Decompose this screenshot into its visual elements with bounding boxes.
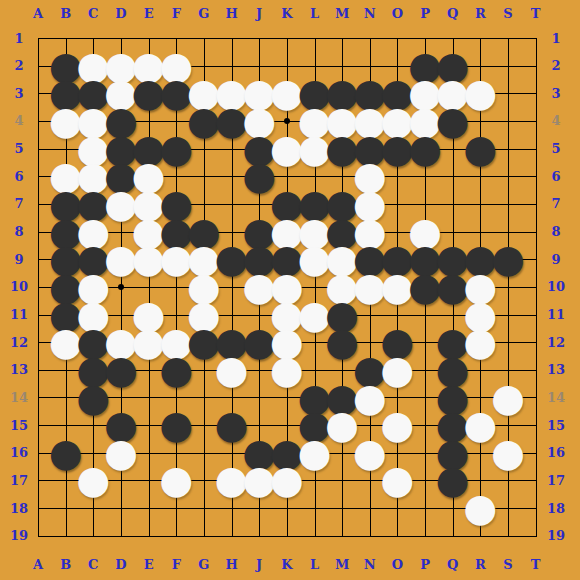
- intersection-T11[interactable]: [522, 301, 550, 329]
- intersection-E2[interactable]: ●: [135, 52, 163, 80]
- intersection-M18[interactable]: [328, 494, 356, 522]
- intersection-M15[interactable]: ●: [328, 411, 356, 439]
- intersection-S6[interactable]: [494, 162, 522, 190]
- intersection-S3[interactable]: [494, 79, 522, 107]
- intersection-B18[interactable]: [52, 494, 80, 522]
- intersection-H5[interactable]: [218, 135, 246, 163]
- intersection-A11[interactable]: [24, 301, 52, 329]
- intersection-O2[interactable]: [384, 52, 412, 80]
- intersection-E18[interactable]: [135, 494, 163, 522]
- intersection-C8[interactable]: ●: [79, 218, 107, 246]
- intersection-D10[interactable]: [107, 273, 135, 301]
- intersection-N2[interactable]: [356, 52, 384, 80]
- intersection-S14[interactable]: ●: [494, 384, 522, 412]
- intersection-C14[interactable]: ●: [79, 384, 107, 412]
- intersection-P18[interactable]: [411, 494, 439, 522]
- intersection-E14[interactable]: [135, 384, 163, 412]
- intersection-L11[interactable]: ●: [301, 301, 329, 329]
- intersection-O8[interactable]: [384, 218, 412, 246]
- intersection-C16[interactable]: [79, 439, 107, 467]
- intersection-R12[interactable]: ●: [466, 328, 494, 356]
- intersection-R5[interactable]: ●: [466, 135, 494, 163]
- intersection-P16[interactable]: [411, 439, 439, 467]
- intersection-Q15[interactable]: ●: [439, 411, 467, 439]
- intersection-O13[interactable]: ●: [384, 356, 412, 384]
- intersection-L9[interactable]: ●: [301, 245, 329, 273]
- intersection-E15[interactable]: [135, 411, 163, 439]
- intersection-Q2[interactable]: ●: [439, 52, 467, 80]
- intersection-J5[interactable]: ●: [245, 135, 273, 163]
- intersection-F8[interactable]: ●: [162, 218, 190, 246]
- intersection-T18[interactable]: [522, 494, 550, 522]
- intersection-Q16[interactable]: ●: [439, 439, 467, 467]
- intersection-K19[interactable]: [273, 522, 301, 550]
- intersection-L5[interactable]: ●: [301, 135, 329, 163]
- intersection-E16[interactable]: [135, 439, 163, 467]
- intersection-C9[interactable]: ●: [79, 245, 107, 273]
- intersection-B14[interactable]: [52, 384, 80, 412]
- intersection-K1[interactable]: [273, 24, 301, 52]
- intersection-L16[interactable]: ●: [301, 439, 329, 467]
- intersection-H13[interactable]: ●: [218, 356, 246, 384]
- intersection-T4[interactable]: [522, 107, 550, 135]
- intersection-P13[interactable]: [411, 356, 439, 384]
- intersection-T3[interactable]: [522, 79, 550, 107]
- intersection-L8[interactable]: ●: [301, 218, 329, 246]
- intersection-S13[interactable]: [494, 356, 522, 384]
- intersection-D17[interactable]: [107, 466, 135, 494]
- intersection-P14[interactable]: [411, 384, 439, 412]
- intersection-R10[interactable]: ●: [466, 273, 494, 301]
- intersection-G7[interactable]: [190, 190, 218, 218]
- intersection-L14[interactable]: ●: [301, 384, 329, 412]
- intersection-D1[interactable]: [107, 24, 135, 52]
- intersection-C13[interactable]: ●: [79, 356, 107, 384]
- intersection-J10[interactable]: ●: [245, 273, 273, 301]
- intersection-F7[interactable]: ●: [162, 190, 190, 218]
- intersection-N19[interactable]: [356, 522, 384, 550]
- intersection-J17[interactable]: ●: [245, 466, 273, 494]
- intersection-T14[interactable]: [522, 384, 550, 412]
- intersection-F1[interactable]: [162, 24, 190, 52]
- intersection-L6[interactable]: [301, 162, 329, 190]
- intersection-C3[interactable]: ●: [79, 79, 107, 107]
- intersection-F5[interactable]: ●: [162, 135, 190, 163]
- intersection-R6[interactable]: [466, 162, 494, 190]
- intersection-R13[interactable]: [466, 356, 494, 384]
- intersection-J1[interactable]: [245, 24, 273, 52]
- intersection-K11[interactable]: ●: [273, 301, 301, 329]
- intersection-T5[interactable]: [522, 135, 550, 163]
- intersection-B10[interactable]: ●: [52, 273, 80, 301]
- intersection-N16[interactable]: ●: [356, 439, 384, 467]
- intersection-S19[interactable]: [494, 522, 522, 550]
- intersection-T8[interactable]: [522, 218, 550, 246]
- intersection-H18[interactable]: [218, 494, 246, 522]
- intersection-E5[interactable]: ●: [135, 135, 163, 163]
- intersection-A8[interactable]: [24, 218, 52, 246]
- intersection-Q7[interactable]: [439, 190, 467, 218]
- intersection-H17[interactable]: ●: [218, 466, 246, 494]
- intersection-Q14[interactable]: ●: [439, 384, 467, 412]
- intersection-K10[interactable]: ●: [273, 273, 301, 301]
- intersection-R4[interactable]: [466, 107, 494, 135]
- intersection-K7[interactable]: ●: [273, 190, 301, 218]
- intersection-R14[interactable]: [466, 384, 494, 412]
- intersection-H11[interactable]: [218, 301, 246, 329]
- intersection-G13[interactable]: [190, 356, 218, 384]
- intersection-A18[interactable]: [24, 494, 52, 522]
- intersection-M4[interactable]: ●: [328, 107, 356, 135]
- intersection-S17[interactable]: [494, 466, 522, 494]
- intersection-H8[interactable]: [218, 218, 246, 246]
- intersection-R16[interactable]: [466, 439, 494, 467]
- intersection-M14[interactable]: ●: [328, 384, 356, 412]
- intersection-H1[interactable]: [218, 24, 246, 52]
- intersection-C12[interactable]: ●: [79, 328, 107, 356]
- intersection-L18[interactable]: [301, 494, 329, 522]
- intersection-A4[interactable]: [24, 107, 52, 135]
- intersection-G3[interactable]: ●: [190, 79, 218, 107]
- intersection-C6[interactable]: ●: [79, 162, 107, 190]
- intersection-C10[interactable]: ●: [79, 273, 107, 301]
- intersection-L2[interactable]: [301, 52, 329, 80]
- intersection-M16[interactable]: [328, 439, 356, 467]
- intersection-N8[interactable]: ●: [356, 218, 384, 246]
- intersection-O11[interactable]: [384, 301, 412, 329]
- intersection-A17[interactable]: [24, 466, 52, 494]
- intersection-C1[interactable]: [79, 24, 107, 52]
- intersection-G2[interactable]: [190, 52, 218, 80]
- intersection-B12[interactable]: ●: [52, 328, 80, 356]
- intersection-R19[interactable]: [466, 522, 494, 550]
- intersection-N4[interactable]: ●: [356, 107, 384, 135]
- intersection-S15[interactable]: [494, 411, 522, 439]
- intersection-B15[interactable]: [52, 411, 80, 439]
- intersection-Q11[interactable]: [439, 301, 467, 329]
- intersection-O6[interactable]: [384, 162, 412, 190]
- intersection-G12[interactable]: ●: [190, 328, 218, 356]
- intersection-Q3[interactable]: ●: [439, 79, 467, 107]
- intersection-R11[interactable]: ●: [466, 301, 494, 329]
- intersection-A19[interactable]: [24, 522, 52, 550]
- intersection-O18[interactable]: [384, 494, 412, 522]
- intersection-M13[interactable]: [328, 356, 356, 384]
- intersection-H14[interactable]: [218, 384, 246, 412]
- intersection-L1[interactable]: [301, 24, 329, 52]
- intersection-A3[interactable]: [24, 79, 52, 107]
- intersection-G5[interactable]: [190, 135, 218, 163]
- intersection-M5[interactable]: ●: [328, 135, 356, 163]
- intersection-S2[interactable]: [494, 52, 522, 80]
- intersection-F3[interactable]: ●: [162, 79, 190, 107]
- intersection-Q13[interactable]: ●: [439, 356, 467, 384]
- intersection-O17[interactable]: ●: [384, 466, 412, 494]
- intersection-M12[interactable]: ●: [328, 328, 356, 356]
- intersection-L15[interactable]: ●: [301, 411, 329, 439]
- intersection-K16[interactable]: ●: [273, 439, 301, 467]
- intersection-L17[interactable]: [301, 466, 329, 494]
- intersection-H3[interactable]: ●: [218, 79, 246, 107]
- intersection-C5[interactable]: ●: [79, 135, 107, 163]
- intersection-D6[interactable]: ●: [107, 162, 135, 190]
- intersection-K18[interactable]: [273, 494, 301, 522]
- intersection-A13[interactable]: [24, 356, 52, 384]
- intersection-H7[interactable]: [218, 190, 246, 218]
- intersection-Q12[interactable]: ●: [439, 328, 467, 356]
- intersection-R9[interactable]: ●: [466, 245, 494, 273]
- intersection-D18[interactable]: [107, 494, 135, 522]
- intersection-A5[interactable]: [24, 135, 52, 163]
- intersection-P8[interactable]: ●: [411, 218, 439, 246]
- intersection-M2[interactable]: [328, 52, 356, 80]
- intersection-M11[interactable]: ●: [328, 301, 356, 329]
- intersection-J19[interactable]: [245, 522, 273, 550]
- intersection-P9[interactable]: ●: [411, 245, 439, 273]
- intersection-K6[interactable]: [273, 162, 301, 190]
- intersection-E9[interactable]: ●: [135, 245, 163, 273]
- intersection-K15[interactable]: [273, 411, 301, 439]
- intersection-C2[interactable]: ●: [79, 52, 107, 80]
- intersection-N1[interactable]: [356, 24, 384, 52]
- intersection-L12[interactable]: [301, 328, 329, 356]
- intersection-M10[interactable]: ●: [328, 273, 356, 301]
- intersection-C4[interactable]: ●: [79, 107, 107, 135]
- intersection-A10[interactable]: [24, 273, 52, 301]
- intersection-O4[interactable]: ●: [384, 107, 412, 135]
- intersection-B11[interactable]: ●: [52, 301, 80, 329]
- intersection-A1[interactable]: [24, 24, 52, 52]
- intersection-K17[interactable]: ●: [273, 466, 301, 494]
- intersection-L4[interactable]: ●: [301, 107, 329, 135]
- intersection-E19[interactable]: [135, 522, 163, 550]
- intersection-J15[interactable]: [245, 411, 273, 439]
- intersection-C19[interactable]: [79, 522, 107, 550]
- intersection-J18[interactable]: [245, 494, 273, 522]
- intersection-G18[interactable]: [190, 494, 218, 522]
- intersection-B17[interactable]: [52, 466, 80, 494]
- intersection-F11[interactable]: [162, 301, 190, 329]
- intersection-E7[interactable]: ●: [135, 190, 163, 218]
- intersection-J16[interactable]: ●: [245, 439, 273, 467]
- intersection-Q17[interactable]: ●: [439, 466, 467, 494]
- intersection-B7[interactable]: ●: [52, 190, 80, 218]
- intersection-J7[interactable]: [245, 190, 273, 218]
- intersection-B19[interactable]: [52, 522, 80, 550]
- intersection-F4[interactable]: [162, 107, 190, 135]
- intersection-T15[interactable]: [522, 411, 550, 439]
- intersection-D5[interactable]: ●: [107, 135, 135, 163]
- intersection-P3[interactable]: ●: [411, 79, 439, 107]
- intersection-R18[interactable]: ●: [466, 494, 494, 522]
- intersection-O16[interactable]: [384, 439, 412, 467]
- intersection-K5[interactable]: ●: [273, 135, 301, 163]
- intersection-T13[interactable]: [522, 356, 550, 384]
- intersection-J8[interactable]: ●: [245, 218, 273, 246]
- intersection-H6[interactable]: [218, 162, 246, 190]
- intersection-B1[interactable]: [52, 24, 80, 52]
- intersection-K14[interactable]: [273, 384, 301, 412]
- intersection-J9[interactable]: ●: [245, 245, 273, 273]
- intersection-G17[interactable]: [190, 466, 218, 494]
- intersection-G16[interactable]: [190, 439, 218, 467]
- intersection-M7[interactable]: ●: [328, 190, 356, 218]
- intersection-L19[interactable]: [301, 522, 329, 550]
- intersection-H4[interactable]: ●: [218, 107, 246, 135]
- intersection-C15[interactable]: [79, 411, 107, 439]
- intersection-Q19[interactable]: [439, 522, 467, 550]
- intersection-J13[interactable]: [245, 356, 273, 384]
- intersection-K2[interactable]: [273, 52, 301, 80]
- intersection-F13[interactable]: ●: [162, 356, 190, 384]
- intersection-A12[interactable]: [24, 328, 52, 356]
- intersection-H9[interactable]: ●: [218, 245, 246, 273]
- intersection-E13[interactable]: [135, 356, 163, 384]
- intersection-T7[interactable]: [522, 190, 550, 218]
- intersection-N11[interactable]: [356, 301, 384, 329]
- intersection-P10[interactable]: ●: [411, 273, 439, 301]
- intersection-G9[interactable]: ●: [190, 245, 218, 273]
- intersection-C7[interactable]: ●: [79, 190, 107, 218]
- intersection-L7[interactable]: ●: [301, 190, 329, 218]
- intersection-T1[interactable]: [522, 24, 550, 52]
- intersection-B2[interactable]: ●: [52, 52, 80, 80]
- intersection-L10[interactable]: [301, 273, 329, 301]
- intersection-A14[interactable]: [24, 384, 52, 412]
- intersection-B9[interactable]: ●: [52, 245, 80, 273]
- intersection-R8[interactable]: [466, 218, 494, 246]
- intersection-D12[interactable]: ●: [107, 328, 135, 356]
- intersection-T17[interactable]: [522, 466, 550, 494]
- intersection-F15[interactable]: ●: [162, 411, 190, 439]
- intersection-L3[interactable]: ●: [301, 79, 329, 107]
- intersection-R17[interactable]: [466, 466, 494, 494]
- intersection-G6[interactable]: [190, 162, 218, 190]
- intersection-K13[interactable]: ●: [273, 356, 301, 384]
- intersection-C11[interactable]: ●: [79, 301, 107, 329]
- intersection-Q9[interactable]: ●: [439, 245, 467, 273]
- intersection-D13[interactable]: ●: [107, 356, 135, 384]
- intersection-K3[interactable]: ●: [273, 79, 301, 107]
- intersection-D11[interactable]: [107, 301, 135, 329]
- intersection-N13[interactable]: ●: [356, 356, 384, 384]
- intersection-N5[interactable]: ●: [356, 135, 384, 163]
- intersection-R15[interactable]: ●: [466, 411, 494, 439]
- intersection-P7[interactable]: [411, 190, 439, 218]
- intersection-M6[interactable]: [328, 162, 356, 190]
- intersection-G19[interactable]: [190, 522, 218, 550]
- intersection-E4[interactable]: [135, 107, 163, 135]
- intersection-J14[interactable]: [245, 384, 273, 412]
- intersection-G15[interactable]: [190, 411, 218, 439]
- intersection-Q5[interactable]: [439, 135, 467, 163]
- intersection-O15[interactable]: ●: [384, 411, 412, 439]
- intersection-B3[interactable]: ●: [52, 79, 80, 107]
- intersection-E8[interactable]: ●: [135, 218, 163, 246]
- intersection-P2[interactable]: ●: [411, 52, 439, 80]
- intersection-F17[interactable]: ●: [162, 466, 190, 494]
- intersection-T9[interactable]: [522, 245, 550, 273]
- intersection-F9[interactable]: ●: [162, 245, 190, 273]
- intersection-O14[interactable]: [384, 384, 412, 412]
- intersection-O7[interactable]: [384, 190, 412, 218]
- intersection-B6[interactable]: ●: [52, 162, 80, 190]
- intersection-Q4[interactable]: ●: [439, 107, 467, 135]
- intersection-S11[interactable]: [494, 301, 522, 329]
- intersection-S16[interactable]: ●: [494, 439, 522, 467]
- intersection-K9[interactable]: ●: [273, 245, 301, 273]
- intersection-B8[interactable]: ●: [52, 218, 80, 246]
- intersection-N6[interactable]: ●: [356, 162, 384, 190]
- intersection-K4[interactable]: [273, 107, 301, 135]
- intersection-N15[interactable]: [356, 411, 384, 439]
- intersection-S10[interactable]: [494, 273, 522, 301]
- intersection-H19[interactable]: [218, 522, 246, 550]
- intersection-Q1[interactable]: [439, 24, 467, 52]
- intersection-F6[interactable]: [162, 162, 190, 190]
- intersection-Q6[interactable]: [439, 162, 467, 190]
- intersection-P19[interactable]: [411, 522, 439, 550]
- intersection-F2[interactable]: ●: [162, 52, 190, 80]
- intersection-B5[interactable]: [52, 135, 80, 163]
- intersection-A16[interactable]: [24, 439, 52, 467]
- intersection-D3[interactable]: ●: [107, 79, 135, 107]
- intersection-N17[interactable]: [356, 466, 384, 494]
- intersection-J6[interactable]: ●: [245, 162, 273, 190]
- intersection-F12[interactable]: ●: [162, 328, 190, 356]
- intersection-S12[interactable]: [494, 328, 522, 356]
- intersection-N9[interactable]: ●: [356, 245, 384, 273]
- intersection-S4[interactable]: [494, 107, 522, 135]
- intersection-N7[interactable]: ●: [356, 190, 384, 218]
- intersection-S18[interactable]: [494, 494, 522, 522]
- intersection-H16[interactable]: [218, 439, 246, 467]
- intersection-D2[interactable]: ●: [107, 52, 135, 80]
- intersection-N14[interactable]: ●: [356, 384, 384, 412]
- intersection-D15[interactable]: ●: [107, 411, 135, 439]
- intersection-D8[interactable]: [107, 218, 135, 246]
- intersection-D4[interactable]: ●: [107, 107, 135, 135]
- intersection-D19[interactable]: [107, 522, 135, 550]
- intersection-J12[interactable]: ●: [245, 328, 273, 356]
- intersection-E1[interactable]: [135, 24, 163, 52]
- intersection-A6[interactable]: [24, 162, 52, 190]
- intersection-S8[interactable]: [494, 218, 522, 246]
- intersection-E10[interactable]: [135, 273, 163, 301]
- intersection-D14[interactable]: [107, 384, 135, 412]
- intersection-E3[interactable]: ●: [135, 79, 163, 107]
- intersection-L13[interactable]: [301, 356, 329, 384]
- intersection-R2[interactable]: [466, 52, 494, 80]
- intersection-R7[interactable]: [466, 190, 494, 218]
- intersection-R1[interactable]: [466, 24, 494, 52]
- intersection-P1[interactable]: [411, 24, 439, 52]
- intersection-F19[interactable]: [162, 522, 190, 550]
- intersection-K12[interactable]: ●: [273, 328, 301, 356]
- intersection-T2[interactable]: [522, 52, 550, 80]
- intersection-A15[interactable]: [24, 411, 52, 439]
- intersection-A2[interactable]: [24, 52, 52, 80]
- intersection-C17[interactable]: ●: [79, 466, 107, 494]
- intersection-O12[interactable]: ●: [384, 328, 412, 356]
- intersection-M1[interactable]: [328, 24, 356, 52]
- intersection-F10[interactable]: [162, 273, 190, 301]
- intersection-S7[interactable]: [494, 190, 522, 218]
- intersection-B16[interactable]: ●: [52, 439, 80, 467]
- intersection-P17[interactable]: [411, 466, 439, 494]
- intersection-B13[interactable]: [52, 356, 80, 384]
- intersection-G10[interactable]: ●: [190, 273, 218, 301]
